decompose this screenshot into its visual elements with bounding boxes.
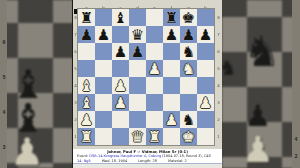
- backdrop-piece-bP: ♟: [245, 101, 272, 131]
- square-h1[interactable]: [197, 128, 214, 145]
- caption-date: Wed. 18. 1904: [102, 159, 127, 163]
- piece-bP-c6: ♟: [112, 43, 129, 60]
- square-d4[interactable]: [129, 77, 146, 94]
- square-c6[interactable]: ♟: [112, 43, 129, 60]
- square-f5[interactable]: [163, 60, 180, 77]
- caption-length: Length: 28: [138, 159, 157, 163]
- square-g2[interactable]: ♞: [180, 111, 197, 128]
- square-h4[interactable]: [197, 77, 214, 94]
- square-a1[interactable]: ♜: [78, 128, 95, 145]
- rank-label-7: 7: [216, 26, 221, 43]
- piece-wR-e1: ♜: [146, 128, 163, 145]
- square-a6[interactable]: [78, 43, 95, 60]
- board-area: abcdefgh 87654321 87654321 ♜♝♜♚♟♟♛♟♟♟♟♟♞…: [73, 0, 222, 168]
- backdrop-rank-label-6: 6: [2, 41, 5, 46]
- piece-wP-c4: ♟: [112, 77, 129, 94]
- square-d8[interactable]: [129, 9, 146, 26]
- square-b6[interactable]: [95, 43, 112, 60]
- piece-bQ-d7: ♛: [129, 26, 146, 43]
- square-c4[interactable]: ♟: [112, 77, 129, 94]
- square-g8[interactable]: ♚: [180, 9, 197, 26]
- caption: Johner, Paul F -- Vidmar, Milan Sr (0-1)…: [73, 149, 222, 163]
- caption-material: Material: 2: [168, 159, 187, 163]
- piece-wQ-d1: ♛: [129, 128, 146, 145]
- square-b1[interactable]: [95, 128, 112, 145]
- caption-move[interactable]: 14. Ng5: [77, 159, 91, 163]
- piece-bN-g2: ♞: [180, 111, 197, 128]
- backdrop-right-coord-strip: 42: [292, 0, 300, 168]
- backdrop-right: ♞♞♟♟ 42: [222, 0, 300, 168]
- square-f4[interactable]: [163, 77, 180, 94]
- square-c7[interactable]: [112, 26, 129, 43]
- square-f6[interactable]: [163, 43, 180, 60]
- piece-bP-f7: ♟: [163, 26, 180, 43]
- backdrop-rank-label-4: 4: [294, 138, 297, 143]
- square-e3[interactable]: [146, 94, 163, 111]
- piece-wB-a4: ♝: [78, 77, 95, 94]
- square-g5[interactable]: ♞: [180, 60, 197, 77]
- square-d5[interactable]: [129, 60, 146, 77]
- square-f1[interactable]: [163, 128, 180, 145]
- backdrop-rank-label-5: 5: [2, 76, 5, 81]
- square-g3[interactable]: [180, 94, 197, 111]
- square-h2[interactable]: [197, 111, 214, 128]
- square-d7[interactable]: ♛: [129, 26, 146, 43]
- chess-board: ♜♝♜♚♟♟♛♟♟♟♟♟♞♟♞♝♟♝♟♟♟♟♞♜♛♜♚: [78, 9, 214, 145]
- rank-label-2: 2: [216, 111, 221, 128]
- backdrop-piece-bN: ♞: [222, 57, 238, 79]
- piece-bP-b7: ♟: [95, 26, 112, 43]
- piece-bK-g8: ♚: [180, 9, 197, 26]
- video-thumbnail: ♝♝♟ 6543 abcdefgh 87654321 87654321 ♜♝♜♚…: [0, 0, 300, 168]
- piece-bP-g7: ♟: [180, 26, 197, 43]
- square-e8[interactable]: [146, 9, 163, 26]
- piece-wR-a1: ♜: [78, 128, 95, 145]
- square-g1[interactable]: ♚: [180, 128, 197, 145]
- piece-wK-g1: ♚: [180, 128, 197, 145]
- square-d1[interactable]: ♛: [129, 128, 146, 145]
- backdrop-piece-bN: ♞: [243, 31, 281, 73]
- rank-label-5: 5: [216, 60, 221, 77]
- backdrop-rank-label-3: 3: [2, 146, 5, 151]
- piece-wP-e5: ♟: [146, 60, 163, 77]
- caption-event-link[interactable]: DSB-14.Kongress Hauptturnier A, Coburg: [89, 154, 161, 158]
- square-e5[interactable]: ♟: [146, 60, 163, 77]
- caption-event-label: Event:: [77, 154, 89, 158]
- backdrop-right-texture: ♞♞♟♟: [222, 0, 300, 168]
- piece-wP-c3: ♟: [112, 94, 129, 111]
- square-b7[interactable]: ♟: [95, 26, 112, 43]
- caption-event: Event: DSB-14.Kongress Hauptturnier A, C…: [73, 154, 222, 158]
- caption-text: Johner, Paul F -- Vidmar, Milan Sr (0-1)…: [73, 149, 222, 163]
- square-f2[interactable]: ♟: [163, 111, 180, 128]
- square-d3[interactable]: [129, 94, 146, 111]
- rank-labels-right: 87654321: [216, 9, 221, 145]
- square-h7[interactable]: ♟: [197, 26, 214, 43]
- square-f3[interactable]: [163, 94, 180, 111]
- file-labels-top: abcdefgh: [78, 1, 214, 7]
- piece-bB-c8: ♝: [112, 9, 129, 26]
- piece-bP-h7: ♟: [197, 26, 214, 43]
- square-h3[interactable]: ♟: [197, 94, 214, 111]
- square-c5[interactable]: [112, 60, 129, 77]
- square-g6[interactable]: ♞: [180, 43, 197, 60]
- square-b5[interactable]: [95, 60, 112, 77]
- square-h8[interactable]: [197, 9, 214, 26]
- square-g4[interactable]: [180, 77, 197, 94]
- piece-wP-h3: ♟: [197, 94, 214, 111]
- square-b4[interactable]: [95, 77, 112, 94]
- piece-bP-a7: ♟: [78, 26, 95, 43]
- rank-label-8: 8: [216, 9, 221, 26]
- square-a5[interactable]: [78, 60, 95, 77]
- square-f8[interactable]: ♜: [163, 9, 180, 26]
- square-e6[interactable]: [146, 43, 163, 60]
- square-d2[interactable]: [129, 111, 146, 128]
- backdrop-left: ♝♝♟ 6543: [0, 0, 73, 168]
- square-e4[interactable]: [146, 77, 163, 94]
- square-b8[interactable]: [95, 9, 112, 26]
- square-h5[interactable]: [197, 60, 214, 77]
- square-e1[interactable]: ♜: [146, 128, 163, 145]
- square-b3[interactable]: [95, 94, 112, 111]
- square-a2[interactable]: ♟: [78, 111, 95, 128]
- rank-label-3: 3: [216, 94, 221, 111]
- square-a3[interactable]: ♝: [78, 94, 95, 111]
- square-h6[interactable]: [197, 43, 214, 60]
- piece-wN-g5: ♞: [180, 60, 197, 77]
- square-e2[interactable]: [146, 111, 163, 128]
- backdrop-rank-label-4: 4: [2, 111, 5, 116]
- piece-wP-a2: ♟: [78, 111, 95, 128]
- rank-label-4: 4: [216, 77, 221, 94]
- square-e7[interactable]: [146, 26, 163, 43]
- caption-event-tail: (1904.07.18, Round 3), C48: [161, 154, 211, 158]
- square-c2[interactable]: [112, 111, 129, 128]
- caption-bottom-strip: [73, 163, 222, 168]
- square-c3[interactable]: ♟: [112, 94, 129, 111]
- backdrop-left-coord-strip: 6543: [0, 0, 7, 168]
- piece-bP-d6: ♟: [129, 43, 146, 60]
- piece-bR-f8: ♜: [163, 9, 180, 26]
- piece-bN-g6: ♞: [180, 43, 197, 60]
- caption-details: 14. Ng5 Wed. 18. 1904 Length: 28 Materia…: [73, 159, 222, 163]
- square-f7[interactable]: ♟: [163, 26, 180, 43]
- square-b2[interactable]: [95, 111, 112, 128]
- piece-bR-a8: ♜: [78, 9, 95, 26]
- square-a7[interactable]: ♟: [78, 26, 95, 43]
- piece-wP-f2: ♟: [163, 111, 180, 128]
- square-d6[interactable]: ♟: [129, 43, 146, 60]
- square-c1[interactable]: [112, 128, 129, 145]
- square-a8[interactable]: ♜: [78, 9, 95, 26]
- rank-label-6: 6: [216, 43, 221, 60]
- square-a4[interactable]: ♝: [78, 77, 95, 94]
- square-c8[interactable]: ♝: [112, 9, 129, 26]
- backdrop-rank-label-2: 2: [294, 155, 297, 160]
- backdrop-piece-wP: ♟: [242, 132, 274, 168]
- backdrop-left-texture: ♝♝♟: [0, 0, 73, 168]
- piece-wB-a3: ♝: [78, 94, 95, 111]
- square-g7[interactable]: ♟: [180, 26, 197, 43]
- backdrop-piece-wP: ♟: [10, 133, 44, 168]
- rank-label-1: 1: [216, 128, 221, 145]
